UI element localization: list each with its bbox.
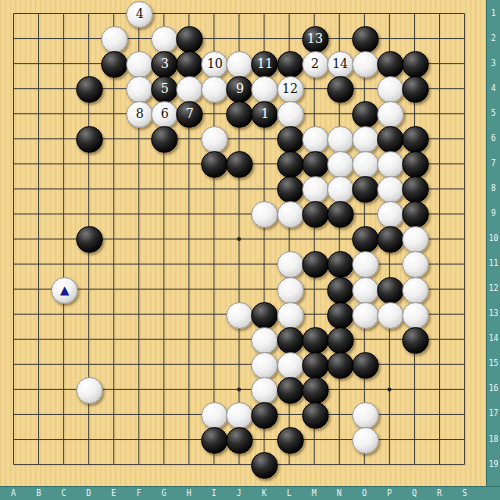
intersection-H19[interactable] <box>176 452 201 477</box>
intersection-I12[interactable] <box>201 276 226 301</box>
intersection-B12[interactable] <box>26 276 51 301</box>
intersection-J7[interactable] <box>226 151 251 176</box>
intersection-E17[interactable] <box>101 402 126 427</box>
intersection-G7[interactable] <box>151 151 176 176</box>
intersection-B4[interactable] <box>26 76 51 101</box>
intersection-F11[interactable] <box>126 251 151 276</box>
intersection-G16[interactable] <box>151 377 176 402</box>
intersection-O4[interactable] <box>352 76 377 101</box>
intersection-D4[interactable] <box>76 76 101 101</box>
intersection-B9[interactable] <box>26 201 51 226</box>
intersection-O18[interactable] <box>352 427 377 452</box>
intersection-O8[interactable] <box>352 176 377 201</box>
intersection-D8[interactable] <box>76 176 101 201</box>
intersection-G12[interactable] <box>151 276 176 301</box>
intersection-L14[interactable] <box>276 327 301 352</box>
intersection-N5[interactable] <box>327 101 352 126</box>
intersection-K3[interactable]: 11 <box>251 51 276 76</box>
intersection-K4[interactable] <box>251 76 276 101</box>
intersection-B14[interactable] <box>26 327 51 352</box>
intersection-G3[interactable]: 3 <box>151 51 176 76</box>
intersection-R5[interactable] <box>427 101 452 126</box>
intersection-B10[interactable] <box>26 226 51 251</box>
intersection-N9[interactable] <box>327 201 352 226</box>
intersection-K7[interactable] <box>251 151 276 176</box>
intersection-S8[interactable] <box>452 176 477 201</box>
intersection-R11[interactable] <box>427 251 452 276</box>
intersection-Q6[interactable] <box>402 126 427 151</box>
intersection-N2[interactable] <box>327 26 352 51</box>
intersection-L3[interactable] <box>276 51 301 76</box>
intersection-S19[interactable] <box>452 452 477 477</box>
intersection-R4[interactable] <box>427 76 452 101</box>
intersection-I15[interactable] <box>201 352 226 377</box>
intersection-R2[interactable] <box>427 26 452 51</box>
intersection-N14[interactable] <box>327 327 352 352</box>
intersection-K6[interactable] <box>251 126 276 151</box>
intersection-A7[interactable] <box>1 151 26 176</box>
intersection-J14[interactable] <box>226 327 251 352</box>
intersection-G14[interactable] <box>151 327 176 352</box>
intersection-I9[interactable] <box>201 201 226 226</box>
intersection-K18[interactable] <box>251 427 276 452</box>
intersection-K14[interactable] <box>251 327 276 352</box>
intersection-F8[interactable] <box>126 176 151 201</box>
intersection-Q15[interactable] <box>402 352 427 377</box>
intersection-B15[interactable] <box>26 352 51 377</box>
intersection-H13[interactable] <box>176 302 201 327</box>
intersection-G9[interactable] <box>151 201 176 226</box>
intersection-D15[interactable] <box>76 352 101 377</box>
intersection-R3[interactable] <box>427 51 452 76</box>
intersection-A13[interactable] <box>1 302 26 327</box>
intersection-F2[interactable] <box>126 26 151 51</box>
intersection-J15[interactable] <box>226 352 251 377</box>
intersection-P5[interactable] <box>377 101 402 126</box>
intersection-I13[interactable] <box>201 302 226 327</box>
intersection-L19[interactable] <box>276 452 301 477</box>
intersection-D19[interactable] <box>76 452 101 477</box>
intersection-K19[interactable] <box>251 452 276 477</box>
intersection-E19[interactable] <box>101 452 126 477</box>
intersection-J9[interactable] <box>226 201 251 226</box>
intersection-D9[interactable] <box>76 201 101 226</box>
intersection-M12[interactable] <box>302 276 327 301</box>
intersection-I5[interactable] <box>201 101 226 126</box>
intersection-P17[interactable] <box>377 402 402 427</box>
intersection-G11[interactable] <box>151 251 176 276</box>
intersection-I18[interactable] <box>201 427 226 452</box>
intersection-L8[interactable] <box>276 176 301 201</box>
intersection-K11[interactable] <box>251 251 276 276</box>
intersection-H14[interactable] <box>176 327 201 352</box>
intersection-Q7[interactable] <box>402 151 427 176</box>
intersection-O13[interactable] <box>352 302 377 327</box>
intersection-H5[interactable]: 7 <box>176 101 201 126</box>
intersection-H16[interactable] <box>176 377 201 402</box>
intersection-G19[interactable] <box>151 452 176 477</box>
intersection-P11[interactable] <box>377 251 402 276</box>
intersection-G17[interactable] <box>151 402 176 427</box>
intersection-H4[interactable] <box>176 76 201 101</box>
intersection-M18[interactable] <box>302 427 327 452</box>
intersection-C18[interactable] <box>51 427 76 452</box>
intersection-F6[interactable] <box>126 126 151 151</box>
intersection-P4[interactable] <box>377 76 402 101</box>
intersection-E9[interactable] <box>101 201 126 226</box>
intersection-A14[interactable] <box>1 327 26 352</box>
intersection-J17[interactable] <box>226 402 251 427</box>
intersection-M6[interactable] <box>302 126 327 151</box>
intersection-M13[interactable] <box>302 302 327 327</box>
intersection-E10[interactable] <box>101 226 126 251</box>
intersection-I16[interactable] <box>201 377 226 402</box>
intersection-M14[interactable] <box>302 327 327 352</box>
intersection-O11[interactable] <box>352 251 377 276</box>
intersection-M15[interactable] <box>302 352 327 377</box>
intersection-Q11[interactable] <box>402 251 427 276</box>
intersection-L15[interactable] <box>276 352 301 377</box>
intersection-B2[interactable] <box>26 26 51 51</box>
intersection-A5[interactable] <box>1 101 26 126</box>
intersection-M3[interactable]: 2 <box>302 51 327 76</box>
intersection-F7[interactable] <box>126 151 151 176</box>
intersection-L5[interactable] <box>276 101 301 126</box>
intersection-G4[interactable]: 5 <box>151 76 176 101</box>
intersection-O7[interactable] <box>352 151 377 176</box>
intersection-B5[interactable] <box>26 101 51 126</box>
intersection-F19[interactable] <box>126 452 151 477</box>
intersection-N3[interactable]: 14 <box>327 51 352 76</box>
intersection-P14[interactable] <box>377 327 402 352</box>
intersection-E18[interactable] <box>101 427 126 452</box>
intersection-F3[interactable] <box>126 51 151 76</box>
intersection-J5[interactable] <box>226 101 251 126</box>
intersection-A17[interactable] <box>1 402 26 427</box>
intersection-O1[interactable] <box>352 1 377 26</box>
intersection-C4[interactable] <box>51 76 76 101</box>
intersection-N19[interactable] <box>327 452 352 477</box>
intersection-N4[interactable] <box>327 76 352 101</box>
intersection-G1[interactable] <box>151 1 176 26</box>
intersection-I1[interactable] <box>201 1 226 26</box>
intersection-A16[interactable] <box>1 377 26 402</box>
intersection-H15[interactable] <box>176 352 201 377</box>
intersection-O15[interactable] <box>352 352 377 377</box>
intersection-J19[interactable] <box>226 452 251 477</box>
intersection-C17[interactable] <box>51 402 76 427</box>
intersection-J8[interactable] <box>226 176 251 201</box>
intersection-D14[interactable] <box>76 327 101 352</box>
intersection-A9[interactable] <box>1 201 26 226</box>
intersection-M10[interactable] <box>302 226 327 251</box>
intersection-L17[interactable] <box>276 402 301 427</box>
intersection-S16[interactable] <box>452 377 477 402</box>
intersection-Q17[interactable] <box>402 402 427 427</box>
intersection-S7[interactable] <box>452 151 477 176</box>
intersection-O16[interactable] <box>352 377 377 402</box>
intersection-E4[interactable] <box>101 76 126 101</box>
intersection-E3[interactable] <box>101 51 126 76</box>
intersection-Q8[interactable] <box>402 176 427 201</box>
intersection-S6[interactable] <box>452 126 477 151</box>
intersection-H12[interactable] <box>176 276 201 301</box>
intersection-Q1[interactable] <box>402 1 427 26</box>
intersection-N16[interactable] <box>327 377 352 402</box>
intersection-M5[interactable] <box>302 101 327 126</box>
intersection-C6[interactable] <box>51 126 76 151</box>
intersection-S13[interactable] <box>452 302 477 327</box>
intersection-E6[interactable] <box>101 126 126 151</box>
intersection-P9[interactable] <box>377 201 402 226</box>
intersection-S12[interactable] <box>452 276 477 301</box>
intersection-I8[interactable] <box>201 176 226 201</box>
intersection-E12[interactable] <box>101 276 126 301</box>
intersection-E15[interactable] <box>101 352 126 377</box>
intersection-N1[interactable] <box>327 1 352 26</box>
intersection-I3[interactable]: 10 <box>201 51 226 76</box>
intersection-R6[interactable] <box>427 126 452 151</box>
intersection-A6[interactable] <box>1 126 26 151</box>
intersection-K16[interactable] <box>251 377 276 402</box>
intersection-C13[interactable] <box>51 302 76 327</box>
intersection-I14[interactable] <box>201 327 226 352</box>
intersection-B16[interactable] <box>26 377 51 402</box>
intersection-R9[interactable] <box>427 201 452 226</box>
intersection-I6[interactable] <box>201 126 226 151</box>
intersection-J13[interactable] <box>226 302 251 327</box>
intersection-Q16[interactable] <box>402 377 427 402</box>
intersection-O6[interactable] <box>352 126 377 151</box>
intersection-S14[interactable] <box>452 327 477 352</box>
intersection-M19[interactable] <box>302 452 327 477</box>
intersection-D11[interactable] <box>76 251 101 276</box>
intersection-M11[interactable] <box>302 251 327 276</box>
intersection-R19[interactable] <box>427 452 452 477</box>
intersection-P19[interactable] <box>377 452 402 477</box>
intersection-E7[interactable] <box>101 151 126 176</box>
intersection-S18[interactable] <box>452 427 477 452</box>
intersection-K2[interactable] <box>251 26 276 51</box>
intersection-B19[interactable] <box>26 452 51 477</box>
intersection-R17[interactable] <box>427 402 452 427</box>
intersection-H6[interactable] <box>176 126 201 151</box>
intersection-D5[interactable] <box>76 101 101 126</box>
intersection-P13[interactable] <box>377 302 402 327</box>
intersection-N10[interactable] <box>327 226 352 251</box>
intersection-L9[interactable] <box>276 201 301 226</box>
intersection-S5[interactable] <box>452 101 477 126</box>
intersection-F1[interactable]: 4 <box>126 1 151 26</box>
intersection-S1[interactable] <box>452 1 477 26</box>
intersection-S3[interactable] <box>452 51 477 76</box>
intersection-K12[interactable] <box>251 276 276 301</box>
intersection-C12[interactable]: ▲ <box>51 276 76 301</box>
intersection-H17[interactable] <box>176 402 201 427</box>
intersection-H10[interactable] <box>176 226 201 251</box>
intersection-N17[interactable] <box>327 402 352 427</box>
intersection-D3[interactable] <box>76 51 101 76</box>
intersection-K10[interactable] <box>251 226 276 251</box>
intersection-N11[interactable] <box>327 251 352 276</box>
intersection-H9[interactable] <box>176 201 201 226</box>
intersection-L1[interactable] <box>276 1 301 26</box>
intersection-J18[interactable] <box>226 427 251 452</box>
intersection-K1[interactable] <box>251 1 276 26</box>
intersection-M1[interactable] <box>302 1 327 26</box>
intersection-P6[interactable] <box>377 126 402 151</box>
intersection-J6[interactable] <box>226 126 251 151</box>
intersection-D12[interactable] <box>76 276 101 301</box>
intersection-I7[interactable] <box>201 151 226 176</box>
intersection-Q2[interactable] <box>402 26 427 51</box>
intersection-H3[interactable] <box>176 51 201 76</box>
intersection-E13[interactable] <box>101 302 126 327</box>
intersection-C7[interactable] <box>51 151 76 176</box>
intersection-D10[interactable] <box>76 226 101 251</box>
intersection-B3[interactable] <box>26 51 51 76</box>
intersection-R1[interactable] <box>427 1 452 26</box>
intersection-C3[interactable] <box>51 51 76 76</box>
intersection-A3[interactable] <box>1 51 26 76</box>
intersection-K5[interactable]: 1 <box>251 101 276 126</box>
intersection-R18[interactable] <box>427 427 452 452</box>
intersection-F10[interactable] <box>126 226 151 251</box>
intersection-B18[interactable] <box>26 427 51 452</box>
intersection-A18[interactable] <box>1 427 26 452</box>
intersection-J10[interactable] <box>226 226 251 251</box>
intersection-C16[interactable] <box>51 377 76 402</box>
intersection-Q4[interactable] <box>402 76 427 101</box>
intersection-J11[interactable] <box>226 251 251 276</box>
intersection-C8[interactable] <box>51 176 76 201</box>
intersection-N18[interactable] <box>327 427 352 452</box>
intersection-K8[interactable] <box>251 176 276 201</box>
intersection-M17[interactable] <box>302 402 327 427</box>
intersection-H1[interactable] <box>176 1 201 26</box>
intersection-A15[interactable] <box>1 352 26 377</box>
intersection-Q19[interactable] <box>402 452 427 477</box>
intersection-J3[interactable] <box>226 51 251 76</box>
intersection-B8[interactable] <box>26 176 51 201</box>
intersection-I4[interactable] <box>201 76 226 101</box>
intersection-Q10[interactable] <box>402 226 427 251</box>
intersection-B13[interactable] <box>26 302 51 327</box>
intersection-C15[interactable] <box>51 352 76 377</box>
intersection-A10[interactable] <box>1 226 26 251</box>
intersection-R14[interactable] <box>427 327 452 352</box>
intersection-C10[interactable] <box>51 226 76 251</box>
intersection-I10[interactable] <box>201 226 226 251</box>
intersection-S4[interactable] <box>452 76 477 101</box>
intersection-O5[interactable] <box>352 101 377 126</box>
intersection-S11[interactable] <box>452 251 477 276</box>
intersection-F5[interactable]: 8 <box>126 101 151 126</box>
intersection-B6[interactable] <box>26 126 51 151</box>
intersection-L16[interactable] <box>276 377 301 402</box>
intersection-E8[interactable] <box>101 176 126 201</box>
intersection-P15[interactable] <box>377 352 402 377</box>
intersection-O9[interactable] <box>352 201 377 226</box>
intersection-D7[interactable] <box>76 151 101 176</box>
intersection-Q13[interactable] <box>402 302 427 327</box>
intersection-R7[interactable] <box>427 151 452 176</box>
intersection-O3[interactable] <box>352 51 377 76</box>
intersection-B11[interactable] <box>26 251 51 276</box>
intersection-C19[interactable] <box>51 452 76 477</box>
intersection-B7[interactable] <box>26 151 51 176</box>
intersection-F15[interactable] <box>126 352 151 377</box>
intersection-P2[interactable] <box>377 26 402 51</box>
intersection-C5[interactable] <box>51 101 76 126</box>
intersection-O10[interactable] <box>352 226 377 251</box>
intersection-Q9[interactable] <box>402 201 427 226</box>
intersection-P12[interactable] <box>377 276 402 301</box>
intersection-H7[interactable] <box>176 151 201 176</box>
intersection-F18[interactable] <box>126 427 151 452</box>
intersection-G18[interactable] <box>151 427 176 452</box>
intersection-J4[interactable]: 9 <box>226 76 251 101</box>
intersection-I17[interactable] <box>201 402 226 427</box>
intersection-N6[interactable] <box>327 126 352 151</box>
intersection-C11[interactable] <box>51 251 76 276</box>
intersection-P3[interactable] <box>377 51 402 76</box>
intersection-Q12[interactable] <box>402 276 427 301</box>
intersection-F12[interactable] <box>126 276 151 301</box>
intersection-M7[interactable] <box>302 151 327 176</box>
intersection-D1[interactable] <box>76 1 101 26</box>
intersection-C9[interactable] <box>51 201 76 226</box>
intersection-A1[interactable] <box>1 1 26 26</box>
intersection-E1[interactable] <box>101 1 126 26</box>
intersection-P1[interactable] <box>377 1 402 26</box>
intersection-F17[interactable] <box>126 402 151 427</box>
intersection-D13[interactable] <box>76 302 101 327</box>
intersection-D16[interactable] <box>76 377 101 402</box>
intersection-I19[interactable] <box>201 452 226 477</box>
intersection-G5[interactable]: 6 <box>151 101 176 126</box>
intersection-F14[interactable] <box>126 327 151 352</box>
intersection-F13[interactable] <box>126 302 151 327</box>
intersection-A4[interactable] <box>1 76 26 101</box>
intersection-A2[interactable] <box>1 26 26 51</box>
intersection-G8[interactable] <box>151 176 176 201</box>
intersection-S9[interactable] <box>452 201 477 226</box>
intersection-B17[interactable] <box>26 402 51 427</box>
intersection-L18[interactable] <box>276 427 301 452</box>
intersection-R10[interactable] <box>427 226 452 251</box>
intersection-G15[interactable] <box>151 352 176 377</box>
intersection-M4[interactable] <box>302 76 327 101</box>
intersection-E16[interactable] <box>101 377 126 402</box>
intersection-L11[interactable] <box>276 251 301 276</box>
intersection-L10[interactable] <box>276 226 301 251</box>
intersection-L6[interactable] <box>276 126 301 151</box>
intersection-Q18[interactable] <box>402 427 427 452</box>
intersection-Q14[interactable] <box>402 327 427 352</box>
intersection-N7[interactable] <box>327 151 352 176</box>
intersection-I11[interactable] <box>201 251 226 276</box>
intersection-E2[interactable] <box>101 26 126 51</box>
intersection-P16[interactable] <box>377 377 402 402</box>
intersection-J12[interactable] <box>226 276 251 301</box>
intersection-D18[interactable] <box>76 427 101 452</box>
intersection-M2[interactable]: 13 <box>302 26 327 51</box>
intersection-A19[interactable] <box>1 452 26 477</box>
intersection-G6[interactable] <box>151 126 176 151</box>
intersection-P8[interactable] <box>377 176 402 201</box>
intersection-C1[interactable] <box>51 1 76 26</box>
